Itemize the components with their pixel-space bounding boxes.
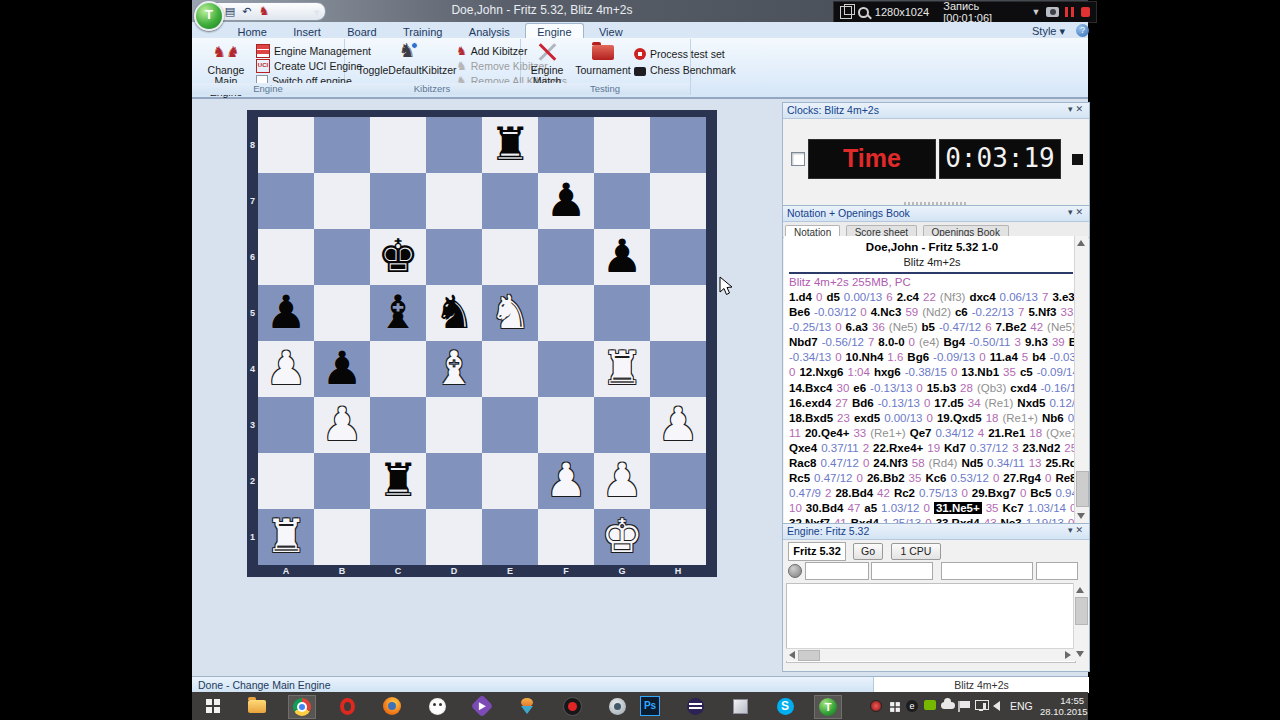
move-token[interactable]: 27	[835, 397, 848, 409]
move-token[interactable]: 0.34/11	[987, 457, 1025, 469]
square-a2[interactable]	[258, 453, 314, 509]
square-b7[interactable]	[314, 173, 370, 229]
piece-black-pawn[interactable]: ♟	[538, 173, 594, 229]
move-token[interactable]: -0.25/13	[789, 321, 831, 333]
square-f7[interactable]: ♟	[538, 173, 594, 229]
move-token[interactable]: 11	[789, 427, 801, 439]
move-token[interactable]: (Ne5)	[889, 321, 918, 333]
square-e5[interactable]: ♞	[482, 285, 538, 341]
tab-insert[interactable]: Insert	[282, 24, 332, 39]
move-token[interactable]: (Re1)	[985, 397, 1014, 409]
engine-hscrollbar[interactable]	[786, 648, 1074, 661]
move-token[interactable]: -0.47/12	[939, 321, 981, 333]
move-token[interactable]: 13	[1029, 457, 1042, 469]
move-token[interactable]: 36	[872, 321, 885, 333]
photoshop-icon[interactable]: Ps	[637, 695, 663, 717]
piece-black-pawn[interactable]: ♟	[314, 341, 370, 397]
move-token[interactable]: 10	[789, 502, 802, 514]
tray-language[interactable]: ENG	[1010, 700, 1033, 712]
square-e8[interactable]: ♜	[482, 117, 538, 173]
square-b6[interactable]	[314, 229, 370, 285]
piece-white-knight[interactable]: ♞	[482, 285, 538, 341]
engine-hscroll-thumb[interactable]	[798, 650, 820, 661]
square-h8[interactable]	[650, 117, 706, 173]
square-h5[interactable]	[650, 285, 706, 341]
move-token[interactable]: 33	[1061, 306, 1074, 318]
process-test-set-button[interactable]: Process test set	[634, 47, 725, 61]
move-token[interactable]: 2.c4	[897, 291, 919, 303]
piece-black-king[interactable]: ♚	[370, 229, 426, 285]
square-e7[interactable]	[482, 173, 538, 229]
move-token[interactable]: Nd5	[961, 457, 983, 469]
notation-scroll-thumb[interactable]	[1076, 471, 1089, 507]
tab-view[interactable]: View	[588, 24, 634, 39]
move-token[interactable]: 29.Bxg7	[972, 487, 1016, 499]
piece-black-knight[interactable]: ♞	[426, 285, 482, 341]
square-h4[interactable]	[650, 341, 706, 397]
square-f6[interactable]	[538, 229, 594, 285]
move-token[interactable]: 18	[986, 412, 999, 424]
move-token[interactable]: 8.0-0	[878, 336, 904, 348]
move-token[interactable]: 35	[909, 472, 922, 484]
move-token[interactable]: 42	[877, 487, 890, 499]
piece-black-rook[interactable]: ♜	[370, 453, 426, 509]
clock-checkbox[interactable]	[791, 152, 805, 166]
move-token[interactable]: 1.d4	[789, 291, 812, 303]
square-b2[interactable]	[314, 453, 370, 509]
move-token[interactable]: 1:04	[848, 366, 870, 378]
move-token[interactable]: Nb6	[1042, 412, 1064, 424]
move-token[interactable]: (Nd2)	[922, 306, 951, 318]
eclipse-icon[interactable]	[682, 695, 708, 717]
move-token[interactable]: 0.00/13	[884, 412, 922, 424]
move-token[interactable]: 2	[863, 442, 869, 454]
move-token[interactable]: Bg6	[907, 351, 929, 363]
opera-icon[interactable]	[334, 695, 360, 717]
move-token[interactable]: 3.e3	[1052, 291, 1074, 303]
square-d4[interactable]: ♝	[426, 341, 482, 397]
go-button[interactable]: Go	[853, 543, 883, 560]
move-token[interactable]: 3	[1015, 336, 1021, 348]
move-token[interactable]: 0	[816, 291, 822, 303]
square-c2[interactable]: ♜	[370, 453, 426, 509]
square-d5[interactable]: ♞	[426, 285, 482, 341]
move-token[interactable]: 19.Qxd5	[937, 412, 982, 424]
move-token[interactable]: 1.03/14	[1028, 502, 1066, 514]
move-token[interactable]: 1.03/12	[881, 502, 919, 514]
move-token[interactable]: 11.a4	[990, 351, 1018, 363]
virtualbox-icon[interactable]	[727, 695, 753, 717]
window-mode-icon[interactable]	[840, 6, 852, 19]
move-token[interactable]: 59	[905, 306, 918, 318]
move-token[interactable]: a5	[864, 502, 877, 514]
tournament-button[interactable]: Tournament	[572, 41, 634, 76]
square-f8[interactable]	[538, 117, 594, 173]
move-token[interactable]: (Qb3)	[977, 382, 1006, 394]
engine-field-3[interactable]	[941, 562, 1033, 580]
engine-scroll-left-icon[interactable]	[789, 651, 795, 659]
move-token[interactable]: 0.47/12	[821, 457, 859, 469]
move-token[interactable]: 19	[927, 442, 940, 454]
move-token[interactable]: b4	[1032, 351, 1045, 363]
move-token[interactable]: Nbd7	[789, 336, 818, 348]
tab-engine[interactable]: Engine	[525, 23, 583, 39]
move-token[interactable]: 0	[863, 457, 869, 469]
square-f1[interactable]	[538, 509, 594, 565]
move-token[interactable]: -0.34/13	[789, 351, 831, 363]
move-token[interactable]: 0.47/12	[814, 472, 852, 484]
square-g5[interactable]	[594, 285, 650, 341]
move-token[interactable]: 21.Re1	[988, 427, 1025, 439]
tray-volume-icon[interactable]	[993, 700, 1006, 711]
piece-white-rook[interactable]: ♜	[594, 341, 650, 397]
square-h1[interactable]	[650, 509, 706, 565]
square-f5[interactable]	[538, 285, 594, 341]
square-e6[interactable]	[482, 229, 538, 285]
square-g3[interactable]	[594, 397, 650, 453]
square-b1[interactable]	[314, 509, 370, 565]
move-token[interactable]: 14.Bxc4	[789, 382, 832, 394]
square-e1[interactable]	[482, 509, 538, 565]
square-a8[interactable]	[258, 117, 314, 173]
move-token[interactable]: 23	[837, 412, 850, 424]
piece-white-pawn[interactable]: ♟	[538, 453, 594, 509]
move-token[interactable]: 0	[1020, 487, 1026, 499]
move-token[interactable]: -0.22/13	[972, 306, 1014, 318]
piece-white-pawn[interactable]: ♟	[594, 453, 650, 509]
move-token[interactable]: 33	[853, 427, 866, 439]
square-d7[interactable]	[426, 173, 482, 229]
move-token[interactable]: (Qxe7+)	[1046, 427, 1075, 439]
engine-vscrollbar[interactable]	[1073, 583, 1087, 661]
move-token[interactable]: 26.Bb2	[867, 472, 905, 484]
square-c7[interactable]	[370, 173, 426, 229]
move-token[interactable]: Qe7	[910, 427, 932, 439]
square-d1[interactable]	[426, 509, 482, 565]
move-token[interactable]: b5	[922, 321, 935, 333]
move-token[interactable]: e6	[853, 382, 866, 394]
move-token[interactable]: 0.00/13	[844, 291, 882, 303]
engine-field-1[interactable]	[805, 562, 869, 580]
move-token[interactable]: 5.Nf3	[1028, 306, 1056, 318]
square-h3[interactable]: ♟	[650, 397, 706, 453]
square-e4[interactable]	[482, 341, 538, 397]
square-b4[interactable]: ♟	[314, 341, 370, 397]
move-token[interactable]: 0.94/10	[1055, 487, 1075, 499]
move-token[interactable]: cxd4	[1010, 382, 1036, 394]
move-token[interactable]: 0.12/11	[1049, 397, 1075, 409]
piece-black-pawn[interactable]: ♟	[258, 285, 314, 341]
start-button[interactable]	[200, 695, 226, 717]
square-h7[interactable]	[650, 173, 706, 229]
move-token[interactable]: 1.6	[887, 351, 903, 363]
piece-black-rook[interactable]: ♜	[482, 117, 538, 173]
piece-black-pawn[interactable]: ♟	[594, 229, 650, 285]
move-token[interactable]: 0	[835, 321, 841, 333]
scroll-down-icon[interactable]	[1077, 513, 1085, 519]
move-token[interactable]: 18.Bxd5	[789, 412, 833, 424]
square-h2[interactable]	[650, 453, 706, 509]
move-token[interactable]: 0	[916, 382, 922, 394]
move-token[interactable]: 0.34/12	[935, 427, 973, 439]
square-c1[interactable]	[370, 509, 426, 565]
move-token[interactable]: -0.50/11	[969, 336, 1010, 348]
move-token[interactable]: 15.b3	[927, 382, 956, 394]
square-e2[interactable]	[482, 453, 538, 509]
move-token[interactable]: 24.Nf3	[873, 457, 908, 469]
move-token[interactable]: Re8	[1055, 472, 1075, 484]
move-token[interactable]: 7	[1018, 306, 1024, 318]
kmplayer-icon[interactable]	[469, 695, 495, 717]
move-token[interactable]: 25.Rd4	[1045, 457, 1075, 469]
tab-home[interactable]: Home	[226, 24, 277, 39]
move-token[interactable]: c6	[955, 306, 968, 318]
move-token[interactable]: (Re1+)	[1002, 412, 1037, 424]
square-c8[interactable]	[370, 117, 426, 173]
piece-white-rook[interactable]: ♜	[258, 509, 314, 565]
move-token[interactable]: 17.d5	[934, 397, 963, 409]
move-token[interactable]: -0.16/11	[1041, 382, 1075, 394]
move-token[interactable]: dxc4	[969, 291, 995, 303]
piece-white-bishop[interactable]: ♝	[426, 341, 482, 397]
square-a3[interactable]	[258, 397, 314, 453]
piece-white-pawn[interactable]: ♟	[314, 397, 370, 453]
engine-field-2[interactable]	[871, 562, 933, 580]
move-token[interactable]: 0	[961, 487, 967, 499]
style-menu[interactable]: Style ▾	[1032, 25, 1065, 38]
move-token[interactable]: (Nf3)	[940, 291, 966, 303]
square-f2[interactable]: ♟	[538, 453, 594, 509]
tab-board[interactable]: Board	[336, 24, 387, 39]
engine-scroll-down-icon[interactable]	[1076, 651, 1084, 657]
move-token[interactable]: exd5	[854, 412, 880, 424]
stop-recording-icon[interactable]	[1081, 7, 1090, 17]
square-c6[interactable]: ♚	[370, 229, 426, 285]
square-a7[interactable]	[258, 173, 314, 229]
move-token[interactable]: 0	[951, 366, 957, 378]
move-token[interactable]: 7	[868, 336, 874, 348]
square-d8[interactable]	[426, 117, 482, 173]
square-g2[interactable]: ♟	[594, 453, 650, 509]
move-token[interactable]: 18	[1029, 427, 1042, 439]
tray-network-icon[interactable]	[975, 700, 988, 711]
add-kibitzer-button[interactable]: ♞ Add Kibitzer	[456, 44, 527, 58]
help-icon[interactable]: ?	[1076, 24, 1089, 37]
move-token[interactable]: d5	[826, 291, 839, 303]
tray-flag-icon[interactable]	[960, 701, 973, 712]
notation-scrollbar[interactable]	[1074, 236, 1088, 523]
square-e3[interactable]	[482, 397, 538, 453]
square-c5[interactable]: ♝	[370, 285, 426, 341]
move-token[interactable]: 30.Bd4	[806, 502, 844, 514]
move-token[interactable]: Kd7	[944, 442, 966, 454]
magnifier-icon[interactable]	[858, 7, 869, 18]
move-token[interactable]: Kc7	[1003, 502, 1024, 514]
move-token[interactable]: 13.Nb1	[961, 366, 999, 378]
move-token[interactable]: Rac8	[789, 457, 817, 469]
move-token[interactable]: -0.03/14	[1050, 351, 1075, 363]
move-token[interactable]: 6.a3	[846, 321, 868, 333]
engine-scroll-right-icon[interactable]	[1065, 651, 1071, 659]
pause-recording-icon[interactable]	[1065, 7, 1074, 17]
move-token[interactable]: 22	[923, 291, 936, 303]
move-token[interactable]: 0	[909, 336, 915, 348]
scroll-up-icon[interactable]	[1077, 240, 1085, 246]
move-token[interactable]: (e4)	[919, 336, 939, 348]
move-token[interactable]: -0.03/12	[814, 306, 856, 318]
tab-analysis[interactable]: Analysis	[458, 24, 521, 39]
move-token[interactable]: 47	[848, 502, 861, 514]
move-token[interactable]: 4	[978, 427, 984, 439]
move-token[interactable]: 3	[1012, 442, 1018, 454]
move-token[interactable]: -0.13/13	[878, 397, 920, 409]
move-token[interactable]: 0	[924, 397, 930, 409]
square-d6[interactable]	[426, 229, 482, 285]
square-f3[interactable]	[538, 397, 594, 453]
tray-recorder-icon[interactable]	[870, 700, 883, 711]
piece-white-king[interactable]: ♚	[594, 509, 650, 565]
move-token[interactable]: -0.56/12	[822, 336, 864, 348]
move-token[interactable]: 5	[1022, 351, 1028, 363]
piece-black-bishop[interactable]: ♝	[370, 285, 426, 341]
engine-match-button[interactable]: Engine Match	[524, 41, 570, 87]
move-token[interactable]: 10.Nh4	[846, 351, 884, 363]
move-token[interactable]: Bd6	[852, 397, 874, 409]
tab-training[interactable]: Training	[392, 24, 453, 39]
move-token[interactable]: Kc6	[925, 472, 946, 484]
move-token[interactable]: 35	[986, 502, 999, 514]
chess-benchmark-button[interactable]: Chess Benchmark	[634, 63, 736, 77]
clock-stop-square[interactable]	[1072, 154, 1083, 165]
move-token[interactable]: 0	[856, 472, 862, 484]
move-token[interactable]: 0.75/13	[919, 487, 957, 499]
move-token[interactable]: 34	[968, 397, 981, 409]
webcam-app-icon[interactable]	[604, 695, 630, 717]
engine-close-icon[interactable]: ✕	[1075, 525, 1086, 535]
move-token[interactable]: -0.38/15	[905, 366, 947, 378]
square-a6[interactable]	[258, 229, 314, 285]
firefox-icon[interactable]	[379, 695, 405, 717]
engine-name-box[interactable]: Fritz 5.32	[788, 542, 846, 561]
move-token[interactable]: 0	[860, 306, 866, 318]
clocks-close-icon[interactable]: ✕	[1075, 104, 1086, 114]
tray-clock[interactable]: 14:5528.10.2015	[1040, 695, 1084, 717]
move-token[interactable]: 30	[836, 382, 849, 394]
move-token[interactable]: Qxe4	[789, 442, 817, 454]
move-token[interactable]: 6	[886, 291, 892, 303]
move-token[interactable]: Bc5	[1030, 487, 1051, 499]
fritz-taskbar-icon[interactable]: T	[814, 695, 842, 719]
format-factory-icon[interactable]	[424, 695, 450, 717]
app-menu-button[interactable]: T	[194, 1, 224, 31]
move-token[interactable]: 7.Be2	[996, 321, 1027, 333]
move-token[interactable]: 39	[1052, 336, 1065, 348]
square-d3[interactable]	[426, 397, 482, 453]
file-explorer-icon[interactable]	[244, 695, 270, 717]
engine-field-4[interactable]	[1036, 562, 1078, 580]
move-token[interactable]: 0	[789, 366, 795, 378]
move-token[interactable]: 16.exd4	[789, 397, 831, 409]
move-token[interactable]: 0.47/9	[789, 487, 821, 499]
move-token[interactable]: 0.37/12	[970, 442, 1008, 454]
tray-nvidia-icon[interactable]	[924, 700, 937, 711]
move-token[interactable]: 0	[923, 502, 929, 514]
move-token[interactable]: 28	[960, 382, 973, 394]
tray-cloud-icon[interactable]	[941, 702, 954, 713]
square-g6[interactable]: ♟	[594, 229, 650, 285]
move-token[interactable]: Bg4	[943, 336, 965, 348]
move-token[interactable]: 9.h3	[1025, 336, 1048, 348]
square-f4[interactable]	[538, 341, 594, 397]
tray-edge-icon[interactable]: e	[906, 700, 919, 711]
move-token[interactable]: -0.13/13	[870, 382, 912, 394]
move-token[interactable]: c5	[1020, 366, 1033, 378]
move-token[interactable]: (Ne5)	[1047, 321, 1075, 333]
square-d2[interactable]	[426, 453, 482, 509]
move-token[interactable]: 6	[985, 321, 991, 333]
move-token[interactable]: 4.Nc3	[871, 306, 902, 318]
move-token[interactable]: 0.37/11	[821, 442, 859, 454]
square-g8[interactable]	[594, 117, 650, 173]
move-token[interactable]: 7	[1042, 291, 1048, 303]
square-g1[interactable]: ♚	[594, 509, 650, 565]
screenshot-icon[interactable]	[1046, 7, 1059, 17]
notation-close-icon[interactable]: ✕	[1075, 207, 1086, 217]
move-token[interactable]: 27.Rg4	[1003, 472, 1041, 484]
downloader-icon[interactable]	[514, 695, 540, 717]
move-token[interactable]: 12.Nxg6	[799, 366, 843, 378]
square-c3[interactable]	[370, 397, 426, 453]
engine-scroll-thumb[interactable]	[1075, 597, 1088, 625]
move-token[interactable]: 20.Qe4+	[805, 427, 849, 439]
move-token[interactable]: 2	[825, 487, 831, 499]
move-token[interactable]: (Re1+)	[870, 427, 905, 439]
move-token[interactable]: 22.Rxe4+	[873, 442, 923, 454]
current-move[interactable]: 31.Ne5+	[934, 502, 982, 514]
square-c4[interactable]	[370, 341, 426, 397]
engine-scroll-up-icon[interactable]	[1076, 587, 1084, 593]
square-b5[interactable]	[314, 285, 370, 341]
move-token[interactable]: Rc2	[894, 487, 915, 499]
screen-recorder-icon[interactable]	[559, 695, 585, 717]
move-token[interactable]: 0	[835, 351, 841, 363]
move-token[interactable]: 0	[993, 472, 999, 484]
move-token[interactable]: Rc5	[789, 472, 810, 484]
square-h6[interactable]	[650, 229, 706, 285]
square-a1[interactable]: ♜	[258, 509, 314, 565]
skype-icon[interactable]: S	[772, 695, 798, 717]
square-a5[interactable]: ♟	[258, 285, 314, 341]
square-b3[interactable]: ♟	[314, 397, 370, 453]
tray-windows-icon[interactable]	[888, 700, 901, 711]
move-token[interactable]: 28.Bd4	[835, 487, 873, 499]
move-token[interactable]: (Rd4)	[929, 457, 958, 469]
square-a4[interactable]: ♟	[258, 341, 314, 397]
piece-white-pawn[interactable]: ♟	[258, 341, 314, 397]
square-g7[interactable]	[594, 173, 650, 229]
recording-dropdown-icon[interactable]: ▼	[1031, 7, 1040, 17]
piece-white-pawn[interactable]: ♟	[650, 397, 706, 453]
move-token[interactable]: 23.Nd2	[1023, 442, 1061, 454]
move-token[interactable]: 0.06/13	[1000, 291, 1038, 303]
move-token[interactable]: hxg6	[874, 366, 901, 378]
move-token[interactable]: 58	[912, 457, 925, 469]
move-token[interactable]: -0.09/14	[1037, 366, 1075, 378]
move-token[interactable]: 0	[1045, 472, 1051, 484]
chrome-icon[interactable]	[288, 695, 316, 719]
move-token[interactable]: 35	[1003, 366, 1016, 378]
move-token[interactable]: Be6	[789, 306, 810, 318]
